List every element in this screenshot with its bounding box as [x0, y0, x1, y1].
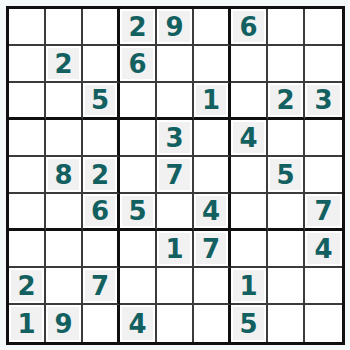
cell-r3c5-empty[interactable] — [157, 83, 194, 120]
cell-r7c8-empty[interactable] — [268, 231, 305, 268]
cell-r6c4-given: 5 — [120, 194, 157, 231]
cell-r1c4-given: 2 — [120, 9, 157, 46]
cell-r3c6-given: 1 — [194, 83, 231, 120]
cell-r7c1-empty[interactable] — [9, 231, 46, 268]
cell-r1c9-empty[interactable] — [305, 9, 342, 46]
cell-r8c7-given: 1 — [231, 268, 268, 305]
cell-r1c1-empty[interactable] — [9, 9, 46, 46]
cell-r1c5-given: 9 — [157, 9, 194, 46]
cell-r9c5-empty[interactable] — [157, 305, 194, 342]
cell-r5c3-given: 2 — [83, 157, 120, 194]
cell-r8c2-empty[interactable] — [46, 268, 83, 305]
cell-r8c1-given: 2 — [9, 268, 46, 305]
cell-r3c1-empty[interactable] — [9, 83, 46, 120]
cell-r1c8-empty[interactable] — [268, 9, 305, 46]
cell-r4c2-empty[interactable] — [46, 120, 83, 157]
cell-r4c4-empty[interactable] — [120, 120, 157, 157]
cell-r3c4-empty[interactable] — [120, 83, 157, 120]
cell-r9c2-given: 9 — [46, 305, 83, 342]
cell-r6c9-given: 7 — [305, 194, 342, 231]
cell-r2c8-empty[interactable] — [268, 46, 305, 83]
cell-r6c5-empty[interactable] — [157, 194, 194, 231]
cell-r6c3-given: 6 — [83, 194, 120, 231]
cell-r9c9-empty[interactable] — [305, 305, 342, 342]
cell-r5c2-given: 8 — [46, 157, 83, 194]
cell-r5c5-given: 7 — [157, 157, 194, 194]
cell-r1c2-empty[interactable] — [46, 9, 83, 46]
cell-r4c7-given: 4 — [231, 120, 268, 157]
cell-r5c8-given: 5 — [268, 157, 305, 194]
cell-r9c1-given: 1 — [9, 305, 46, 342]
cell-r4c1-empty[interactable] — [9, 120, 46, 157]
cell-r1c7-given: 6 — [231, 9, 268, 46]
cell-r6c8-empty[interactable] — [268, 194, 305, 231]
cell-r5c9-empty[interactable] — [305, 157, 342, 194]
cell-r8c3-given: 7 — [83, 268, 120, 305]
cell-r7c7-empty[interactable] — [231, 231, 268, 268]
cell-r7c3-empty[interactable] — [83, 231, 120, 268]
cell-r8c8-empty[interactable] — [268, 268, 305, 305]
cell-r2c5-empty[interactable] — [157, 46, 194, 83]
cell-r4c8-empty[interactable] — [268, 120, 305, 157]
cell-r6c1-empty[interactable] — [9, 194, 46, 231]
sudoku-board: 29626512334827565471742711945 — [6, 6, 345, 345]
cell-r9c4-given: 4 — [120, 305, 157, 342]
cell-r2c9-empty[interactable] — [305, 46, 342, 83]
cell-r3c2-empty[interactable] — [46, 83, 83, 120]
cell-r7c2-empty[interactable] — [46, 231, 83, 268]
cell-r5c1-empty[interactable] — [9, 157, 46, 194]
cell-r5c4-empty[interactable] — [120, 157, 157, 194]
cell-r8c4-empty[interactable] — [120, 268, 157, 305]
cell-r4c3-empty[interactable] — [83, 120, 120, 157]
cell-r2c3-empty[interactable] — [83, 46, 120, 83]
cell-r3c9-given: 3 — [305, 83, 342, 120]
cell-r2c1-empty[interactable] — [9, 46, 46, 83]
cell-r6c7-empty[interactable] — [231, 194, 268, 231]
cell-r7c4-empty[interactable] — [120, 231, 157, 268]
cell-r1c6-empty[interactable] — [194, 9, 231, 46]
cell-r6c6-given: 4 — [194, 194, 231, 231]
cell-r3c3-given: 5 — [83, 83, 120, 120]
cell-r9c3-empty[interactable] — [83, 305, 120, 342]
cell-r5c6-empty[interactable] — [194, 157, 231, 194]
cell-r4c6-empty[interactable] — [194, 120, 231, 157]
cell-r4c9-empty[interactable] — [305, 120, 342, 157]
cell-r3c7-empty[interactable] — [231, 83, 268, 120]
cell-r9c6-empty[interactable] — [194, 305, 231, 342]
cell-r3c8-given: 2 — [268, 83, 305, 120]
cell-r4c5-given: 3 — [157, 120, 194, 157]
cell-r8c5-empty[interactable] — [157, 268, 194, 305]
cell-r2c4-given: 6 — [120, 46, 157, 83]
cell-r2c2-given: 2 — [46, 46, 83, 83]
cell-r7c9-given: 4 — [305, 231, 342, 268]
cell-r7c6-given: 7 — [194, 231, 231, 268]
cell-r8c6-empty[interactable] — [194, 268, 231, 305]
cell-r9c7-given: 5 — [231, 305, 268, 342]
cell-r5c7-empty[interactable] — [231, 157, 268, 194]
cell-r9c8-empty[interactable] — [268, 305, 305, 342]
cell-r6c2-empty[interactable] — [46, 194, 83, 231]
cell-r1c3-empty[interactable] — [83, 9, 120, 46]
cell-r2c7-empty[interactable] — [231, 46, 268, 83]
cell-r8c9-empty[interactable] — [305, 268, 342, 305]
cell-r2c6-empty[interactable] — [194, 46, 231, 83]
cell-r7c5-given: 1 — [157, 231, 194, 268]
